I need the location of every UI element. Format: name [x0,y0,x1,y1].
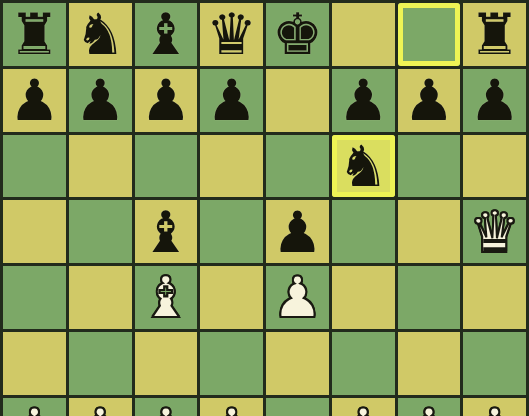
square-b6[interactable] [69,135,132,198]
black-queen-icon: ♛ [206,3,257,65]
black-knight-icon: ♞ [338,135,389,197]
square-a5[interactable] [3,200,66,263]
square-h2[interactable]: ♟ [463,398,526,416]
square-a2[interactable]: ♟ [3,398,66,416]
square-c2[interactable]: ♟ [135,398,198,416]
square-d7[interactable]: ♟ [200,69,263,132]
chess-board: ♜♞♝♛♚♜♟♟♟♟♟♟♟♞♝♟♛♝♟♟♟♟♟♟♟♟ [0,0,529,416]
white-pawn-icon: ♟ [338,398,389,416]
square-c5[interactable]: ♝ [135,200,198,263]
square-a3[interactable] [3,332,66,395]
square-g2[interactable]: ♟ [398,398,461,416]
black-pawn-icon: ♟ [338,69,389,131]
square-e4[interactable]: ♟ [266,266,329,329]
white-pawn-icon: ♟ [403,398,454,416]
square-c6[interactable] [135,135,198,198]
black-pawn-icon: ♟ [469,69,520,131]
black-rook-icon: ♜ [469,3,520,65]
square-d8[interactable]: ♛ [200,3,263,66]
square-h8[interactable]: ♜ [463,3,526,66]
square-b3[interactable] [69,332,132,395]
black-pawn-icon: ♟ [206,69,257,131]
square-c4[interactable]: ♝ [135,266,198,329]
square-d4[interactable] [200,266,263,329]
square-f4[interactable] [332,266,395,329]
black-rook-icon: ♜ [9,3,60,65]
square-h6[interactable] [463,135,526,198]
square-f5[interactable] [332,200,395,263]
square-a8[interactable]: ♜ [3,3,66,66]
square-e7[interactable] [266,69,329,132]
square-f3[interactable] [332,332,395,395]
black-king-icon: ♚ [272,3,323,65]
square-f6[interactable]: ♞ [332,135,395,198]
square-e8[interactable]: ♚ [266,3,329,66]
square-g4[interactable] [398,266,461,329]
square-c8[interactable]: ♝ [135,3,198,66]
square-c3[interactable] [135,332,198,395]
black-pawn-icon: ♟ [140,69,191,131]
white-pawn-icon: ♟ [469,398,520,416]
square-d2[interactable]: ♟ [200,398,263,416]
black-pawn-icon: ♟ [272,201,323,263]
white-pawn-icon: ♟ [272,266,323,328]
square-h5[interactable]: ♛ [463,200,526,263]
white-bishop-icon: ♝ [140,266,191,328]
square-c7[interactable]: ♟ [135,69,198,132]
black-bishop-icon: ♝ [140,201,191,263]
square-g8[interactable] [398,3,461,66]
square-b2[interactable]: ♟ [69,398,132,416]
square-g7[interactable]: ♟ [398,69,461,132]
square-h3[interactable] [463,332,526,395]
white-pawn-icon: ♟ [75,398,126,416]
square-e5[interactable]: ♟ [266,200,329,263]
square-b4[interactable] [69,266,132,329]
square-g3[interactable] [398,332,461,395]
square-b5[interactable] [69,200,132,263]
square-a4[interactable] [3,266,66,329]
square-a7[interactable]: ♟ [3,69,66,132]
black-knight-icon: ♞ [75,3,126,65]
white-pawn-icon: ♟ [206,398,257,416]
square-d6[interactable] [200,135,263,198]
white-pawn-icon: ♟ [9,398,60,416]
square-h4[interactable] [463,266,526,329]
black-pawn-icon: ♟ [403,69,454,131]
square-d3[interactable] [200,332,263,395]
square-h7[interactable]: ♟ [463,69,526,132]
square-e2[interactable] [266,398,329,416]
square-e3[interactable] [266,332,329,395]
square-f7[interactable]: ♟ [332,69,395,132]
square-g6[interactable] [398,135,461,198]
square-d5[interactable] [200,200,263,263]
square-f2[interactable]: ♟ [332,398,395,416]
square-a6[interactable] [3,135,66,198]
chess-app-screen: ♜♞♝♛♚♜♟♟♟♟♟♟♟♞♝♟♛♝♟♟♟♟♟♟♟♟ [0,0,529,416]
white-queen-icon: ♛ [469,201,520,263]
white-pawn-icon: ♟ [140,398,191,416]
square-g5[interactable] [398,200,461,263]
square-f8[interactable] [332,3,395,66]
square-b8[interactable]: ♞ [69,3,132,66]
square-b7[interactable]: ♟ [69,69,132,132]
square-e6[interactable] [266,135,329,198]
black-bishop-icon: ♝ [140,3,191,65]
black-pawn-icon: ♟ [75,69,126,131]
black-pawn-icon: ♟ [9,69,60,131]
